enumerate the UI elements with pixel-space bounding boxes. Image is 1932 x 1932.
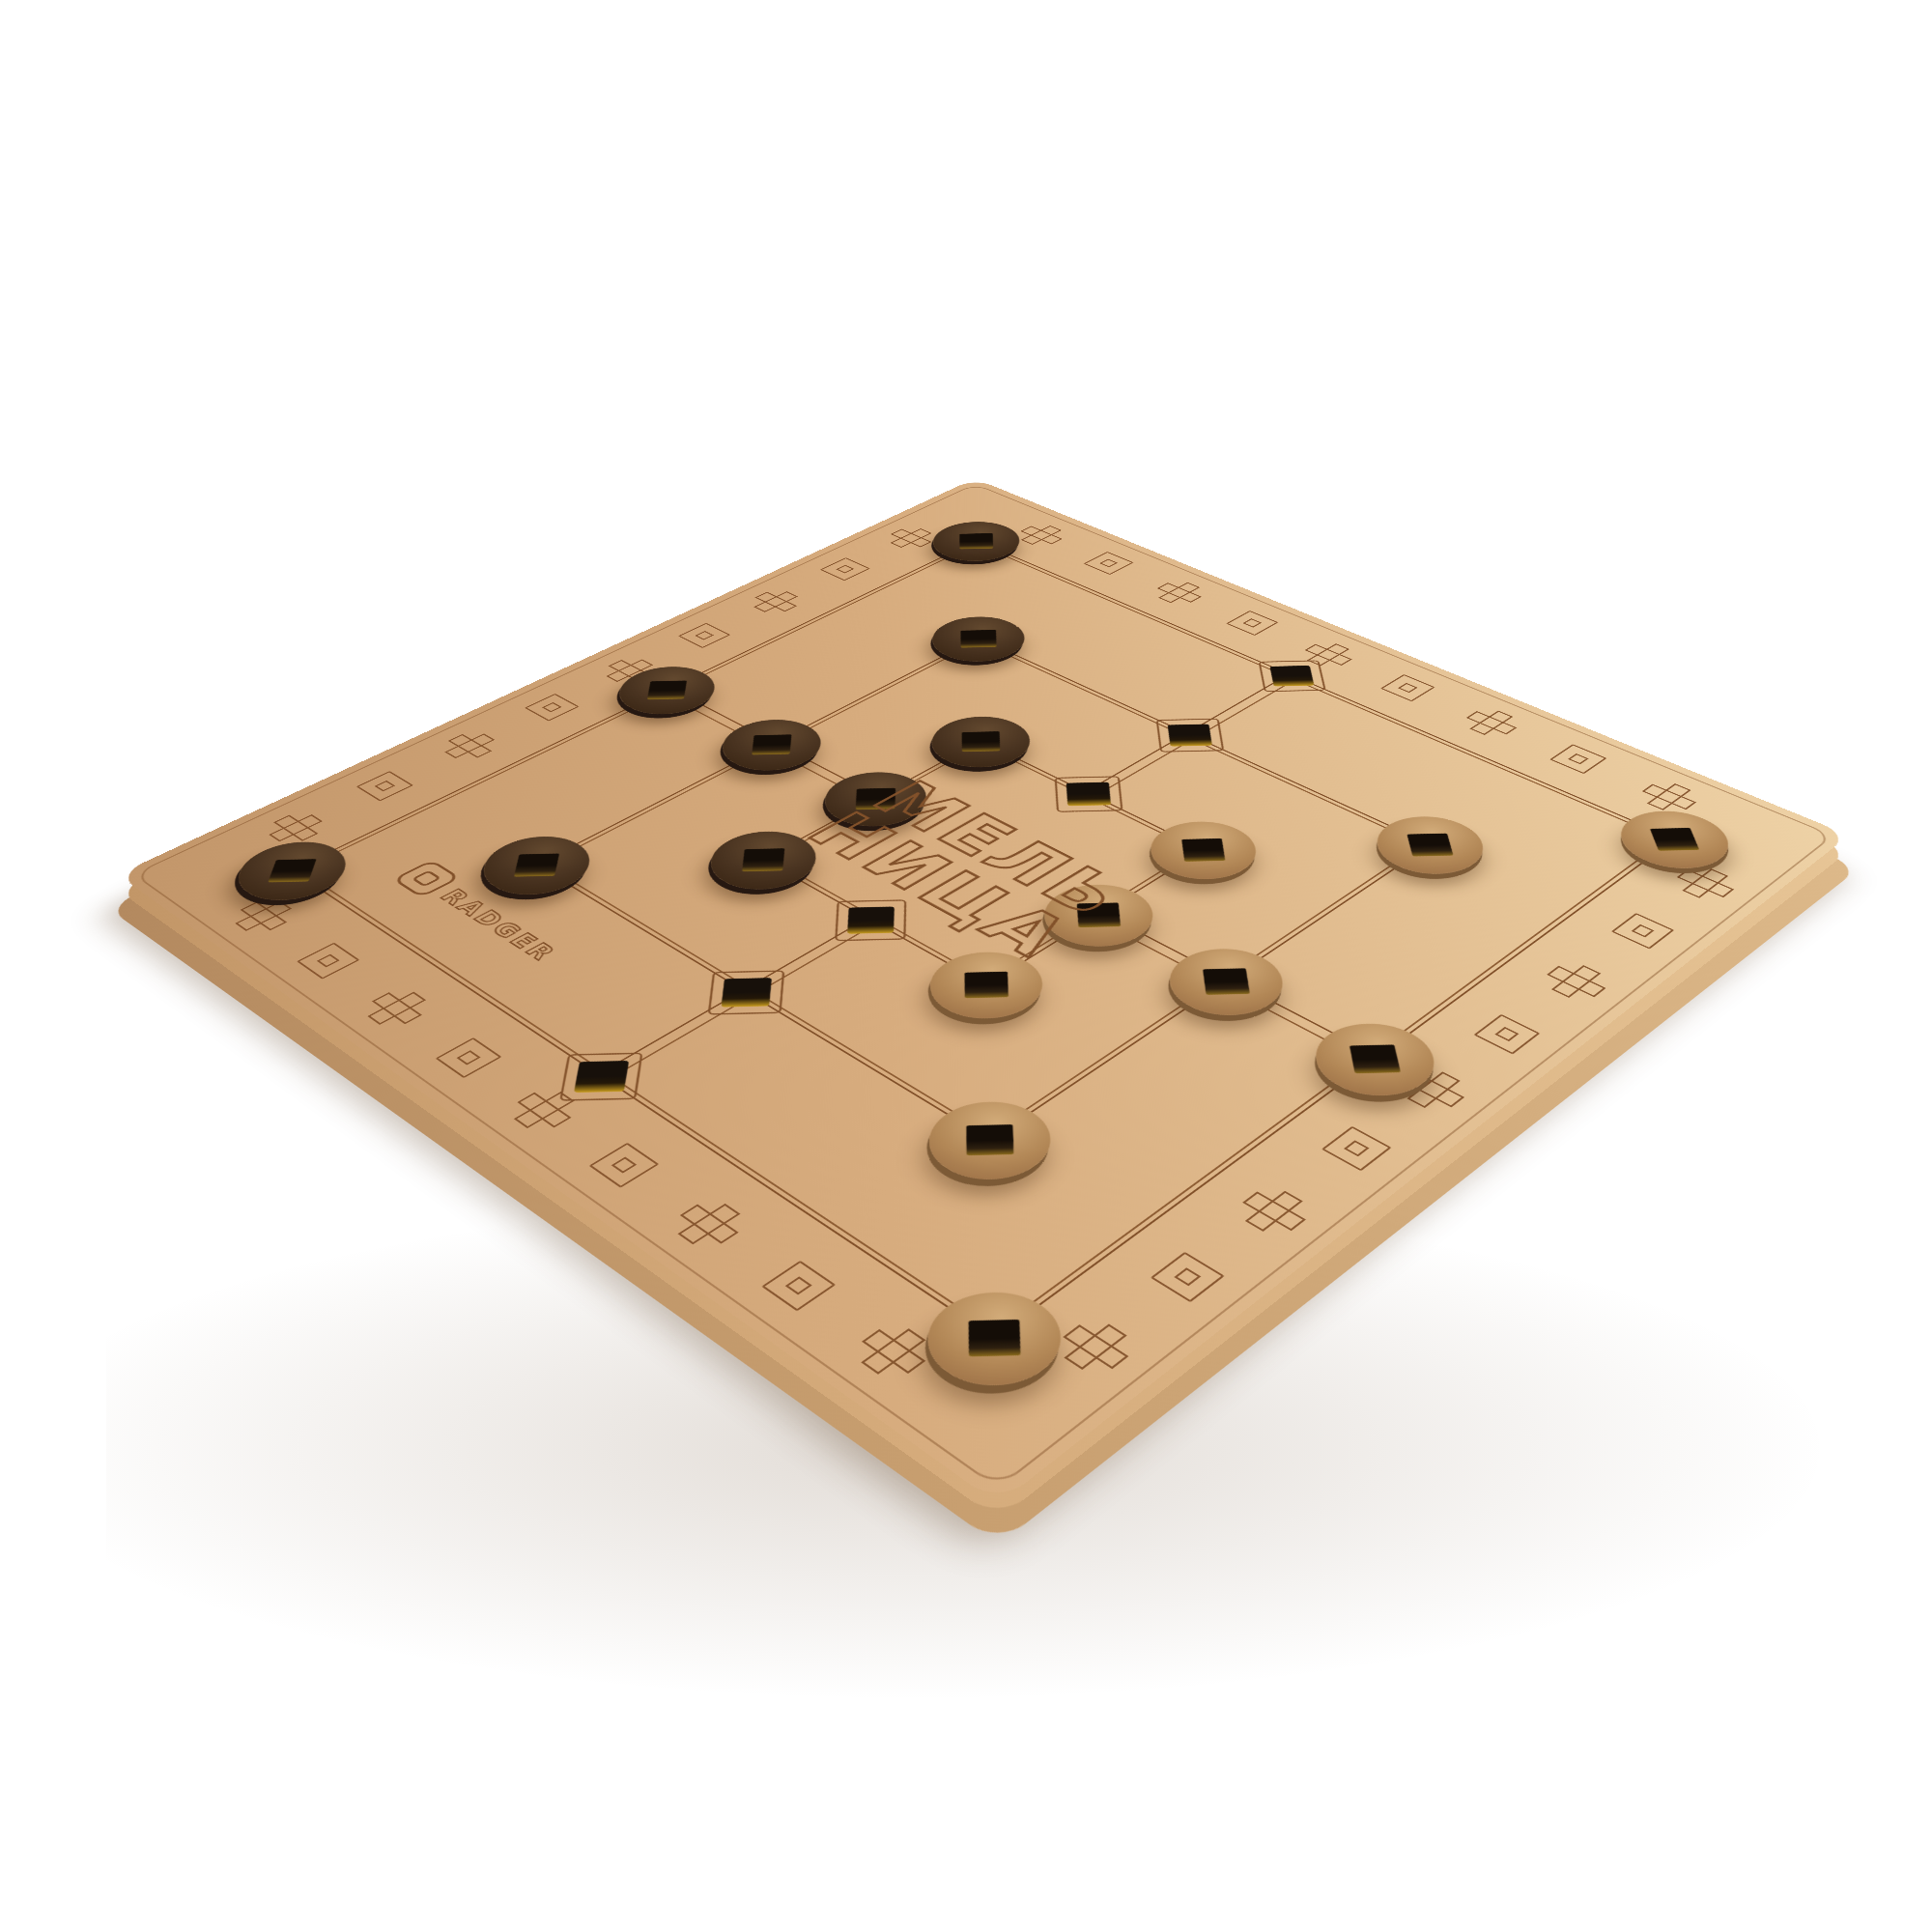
hole-d5[interactable]	[1066, 782, 1111, 807]
piece-center-hole	[514, 853, 559, 876]
piece-light-g7[interactable]	[1601, 800, 1748, 880]
piece-center-hole	[962, 731, 1001, 752]
piece-dark-a7[interactable]	[916, 514, 1037, 569]
piece-center-hole	[1650, 828, 1699, 851]
piece-center-hole	[742, 848, 784, 871]
piece-center-hole	[1350, 1044, 1401, 1073]
piece-light-f2[interactable]	[904, 1087, 1075, 1196]
piece-center-hole	[966, 1124, 1013, 1155]
piece-center-hole	[1181, 838, 1225, 862]
piece-dark-b4[interactable]	[703, 710, 841, 781]
piece-center-hole	[968, 1320, 1020, 1356]
hole-d6[interactable]	[1168, 724, 1212, 747]
hole-d7[interactable]	[1269, 666, 1314, 687]
piece-light-f4[interactable]	[1147, 936, 1305, 1030]
piece-dark-a4[interactable]	[601, 658, 734, 724]
piece-dark-a1[interactable]	[218, 831, 366, 913]
piece-light-g1[interactable]	[900, 1274, 1088, 1406]
piece-light-g4[interactable]	[1293, 1009, 1458, 1111]
piece-dark-b6[interactable]	[914, 608, 1043, 670]
piece-center-hole	[268, 859, 316, 882]
hole-d2[interactable]	[722, 978, 772, 1007]
piece-light-f6[interactable]	[1356, 806, 1504, 887]
piece-center-hole	[964, 972, 1009, 999]
product-photo-scene: МЕЛЬ НИЦА RADGER	[0, 0, 1932, 1932]
piece-center-hole	[959, 533, 993, 550]
piece-center-hole	[960, 630, 996, 648]
piece-light-e5[interactable]	[1129, 810, 1277, 892]
piece-center-hole	[752, 734, 791, 754]
piece-center-hole	[647, 680, 687, 699]
piece-center-hole	[1203, 968, 1250, 995]
hole-d3[interactable]	[847, 906, 895, 933]
hole-d1[interactable]	[574, 1061, 629, 1093]
piece-center-hole	[1406, 834, 1453, 857]
piece-dark-c5[interactable]	[912, 707, 1050, 779]
